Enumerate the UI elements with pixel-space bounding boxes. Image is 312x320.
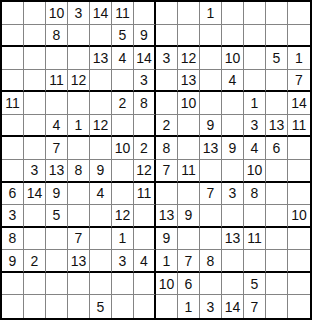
cell-r3c2[interactable] [24, 47, 46, 70]
cell-r14c3[interactable] [46, 295, 68, 318]
cell-r12c2[interactable]: 2 [24, 250, 46, 273]
cell-r13c7[interactable] [134, 273, 156, 296]
cell-r4c13[interactable] [266, 70, 288, 93]
cell-r14c11[interactable]: 14 [222, 295, 244, 318]
cell-r13c5[interactable] [90, 273, 112, 296]
cell-r10c1[interactable]: 3 [2, 205, 24, 228]
cell-r4c7[interactable]: 3 [134, 70, 156, 93]
cell-r4c3[interactable]: 11 [46, 70, 68, 93]
cell-r10c7[interactable] [134, 205, 156, 228]
cell-r3c5[interactable]: 13 [90, 47, 112, 70]
cell-r12c5[interactable] [90, 250, 112, 273]
cell-r3c1[interactable] [2, 47, 24, 70]
cell-r13c10[interactable] [200, 273, 222, 296]
cell-r6c11[interactable] [222, 115, 244, 138]
cell-r13c11[interactable] [222, 273, 244, 296]
cell-r2c5[interactable] [90, 25, 112, 48]
cell-r11c7[interactable] [134, 228, 156, 251]
cell-r14c10[interactable]: 3 [200, 295, 222, 318]
cell-r10c14[interactable]: 10 [288, 205, 310, 228]
cell-r4c6[interactable] [112, 70, 134, 93]
cell-r12c13[interactable] [266, 250, 288, 273]
cell-r10c11[interactable] [222, 205, 244, 228]
cell-r11c6[interactable]: 1 [112, 228, 134, 251]
cell-r1c13[interactable] [266, 2, 288, 25]
cell-r13c1[interactable] [2, 273, 24, 296]
cell-r11c2[interactable] [24, 228, 46, 251]
cell-r1c1[interactable] [2, 2, 24, 25]
cell-r5c9[interactable]: 10 [178, 92, 200, 115]
cell-r7c13[interactable]: 6 [266, 137, 288, 160]
cell-r10c13[interactable] [266, 205, 288, 228]
cell-r14c7[interactable] [134, 295, 156, 318]
cell-r7c8[interactable]: 8 [156, 137, 178, 160]
cell-r5c11[interactable] [222, 92, 244, 115]
cell-r8c12[interactable]: 10 [244, 160, 266, 183]
cell-r2c8[interactable] [156, 25, 178, 48]
cell-r4c4[interactable]: 12 [68, 70, 90, 93]
cell-r11c11[interactable]: 13 [222, 228, 244, 251]
cell-r1c9[interactable] [178, 2, 200, 25]
cell-r14c13[interactable] [266, 295, 288, 318]
cell-r13c2[interactable] [24, 273, 46, 296]
cell-r5c6[interactable]: 2 [112, 92, 134, 115]
cell-r6c5[interactable]: 12 [90, 115, 112, 138]
cell-r6c8[interactable]: 2 [156, 115, 178, 138]
cell-r1c12[interactable] [244, 2, 266, 25]
cell-r9c13[interactable] [266, 183, 288, 206]
cell-r12c12[interactable] [244, 250, 266, 273]
cell-r14c4[interactable] [68, 295, 90, 318]
cell-r8c4[interactable]: 8 [68, 160, 90, 183]
cell-r5c2[interactable] [24, 92, 46, 115]
cell-r7c5[interactable] [90, 137, 112, 160]
cell-r10c3[interactable]: 5 [46, 205, 68, 228]
cell-r7c7[interactable]: 2 [134, 137, 156, 160]
cell-r12c4[interactable]: 13 [68, 250, 90, 273]
cell-r3c10[interactable] [200, 47, 222, 70]
cell-r3c6[interactable]: 4 [112, 47, 134, 70]
cell-r3c7[interactable]: 14 [134, 47, 156, 70]
cell-r13c13[interactable] [266, 273, 288, 296]
cell-r11c1[interactable]: 8 [2, 228, 24, 251]
cell-r4c8[interactable] [156, 70, 178, 93]
cell-r14c1[interactable] [2, 295, 24, 318]
cell-r1c11[interactable] [222, 2, 244, 25]
cell-r8c6[interactable] [112, 160, 134, 183]
cell-r11c8[interactable]: 9 [156, 228, 178, 251]
cell-r9c3[interactable]: 9 [46, 183, 68, 206]
cell-r10c10[interactable] [200, 205, 222, 228]
cell-r11c14[interactable] [288, 228, 310, 251]
cell-r5c8[interactable] [156, 92, 178, 115]
cell-r1c14[interactable] [288, 2, 310, 25]
cell-r4c14[interactable]: 7 [288, 70, 310, 93]
cell-r14c12[interactable]: 7 [244, 295, 266, 318]
cell-r8c14[interactable] [288, 160, 310, 183]
cell-r4c9[interactable]: 13 [178, 70, 200, 93]
cell-r11c10[interactable] [200, 228, 222, 251]
cell-r9c11[interactable]: 3 [222, 183, 244, 206]
cell-r14c9[interactable]: 1 [178, 295, 200, 318]
cell-r2c4[interactable] [68, 25, 90, 48]
cell-r6c4[interactable]: 1 [68, 115, 90, 138]
cell-r13c12[interactable]: 5 [244, 273, 266, 296]
cell-r7c12[interactable]: 4 [244, 137, 266, 160]
cell-r5c13[interactable] [266, 92, 288, 115]
cell-r10c2[interactable] [24, 205, 46, 228]
cell-r8c5[interactable]: 9 [90, 160, 112, 183]
cell-r3c14[interactable]: 1 [288, 47, 310, 70]
cell-r9c5[interactable]: 4 [90, 183, 112, 206]
cell-r7c10[interactable]: 13 [200, 137, 222, 160]
cell-r4c11[interactable]: 4 [222, 70, 244, 93]
cell-r8c13[interactable] [266, 160, 288, 183]
cell-r10c4[interactable] [68, 205, 90, 228]
cell-r6c3[interactable]: 4 [46, 115, 68, 138]
cell-r9c6[interactable] [112, 183, 134, 206]
cell-r13c8[interactable]: 10 [156, 273, 178, 296]
cell-r5c7[interactable]: 8 [134, 92, 156, 115]
cell-r1c2[interactable] [24, 2, 46, 25]
cell-r7c3[interactable]: 7 [46, 137, 68, 160]
cell-r12c9[interactable]: 7 [178, 250, 200, 273]
cell-r1c10[interactable]: 1 [200, 2, 222, 25]
cell-r2c2[interactable] [24, 25, 46, 48]
cell-r1c4[interactable]: 3 [68, 2, 90, 25]
cell-r14c14[interactable] [288, 295, 310, 318]
cell-r9c2[interactable]: 14 [24, 183, 46, 206]
cell-r2c10[interactable] [200, 25, 222, 48]
cell-r4c1[interactable] [2, 70, 24, 93]
cell-r12c11[interactable] [222, 250, 244, 273]
cell-r11c12[interactable]: 11 [244, 228, 266, 251]
cell-r8c1[interactable] [2, 160, 24, 183]
cell-r12c8[interactable]: 1 [156, 250, 178, 273]
cell-r2c6[interactable]: 5 [112, 25, 134, 48]
cell-r9c4[interactable] [68, 183, 90, 206]
cell-r7c9[interactable] [178, 137, 200, 160]
cell-r1c6[interactable]: 11 [112, 2, 134, 25]
cell-r13c3[interactable] [46, 273, 68, 296]
cell-r1c8[interactable] [156, 2, 178, 25]
cell-r6c2[interactable] [24, 115, 46, 138]
cell-r13c6[interactable] [112, 273, 134, 296]
cell-r8c11[interactable] [222, 160, 244, 183]
cell-r8c7[interactable]: 12 [134, 160, 156, 183]
cell-r12c3[interactable] [46, 250, 68, 273]
cell-r12c7[interactable]: 4 [134, 250, 156, 273]
cell-r1c5[interactable]: 14 [90, 2, 112, 25]
cell-r6c13[interactable]: 13 [266, 115, 288, 138]
sudoku-board: 1031411185913414312105111123134711281011… [0, 0, 312, 320]
cell-r14c6[interactable] [112, 295, 134, 318]
cell-r9c14[interactable] [288, 183, 310, 206]
cell-r8c3[interactable]: 13 [46, 160, 68, 183]
cell-r10c8[interactable]: 13 [156, 205, 178, 228]
cell-r3c9[interactable]: 12 [178, 47, 200, 70]
cell-r12c10[interactable]: 8 [200, 250, 222, 273]
cell-r10c5[interactable] [90, 205, 112, 228]
cell-r9c9[interactable] [178, 183, 200, 206]
cell-r4c10[interactable] [200, 70, 222, 93]
cell-r8c8[interactable]: 7 [156, 160, 178, 183]
cell-r11c4[interactable]: 7 [68, 228, 90, 251]
cell-r4c2[interactable] [24, 70, 46, 93]
cell-r6c12[interactable]: 3 [244, 115, 266, 138]
cell-r3c11[interactable]: 10 [222, 47, 244, 70]
cell-r4c12[interactable] [244, 70, 266, 93]
cell-r6c7[interactable] [134, 115, 156, 138]
cell-r3c12[interactable] [244, 47, 266, 70]
cell-r14c8[interactable] [156, 295, 178, 318]
cell-r4c5[interactable] [90, 70, 112, 93]
cell-r8c2[interactable]: 3 [24, 160, 46, 183]
cell-r9c7[interactable]: 11 [134, 183, 156, 206]
cell-r11c3[interactable] [46, 228, 68, 251]
cell-r1c3[interactable]: 10 [46, 2, 68, 25]
cell-r7c11[interactable]: 9 [222, 137, 244, 160]
cell-r11c5[interactable] [90, 228, 112, 251]
cell-r5c3[interactable] [46, 92, 68, 115]
cell-r14c2[interactable] [24, 295, 46, 318]
cell-r5c5[interactable] [90, 92, 112, 115]
cell-r13c9[interactable]: 6 [178, 273, 200, 296]
cell-r3c3[interactable] [46, 47, 68, 70]
cell-r13c14[interactable] [288, 273, 310, 296]
cell-r2c11[interactable] [222, 25, 244, 48]
cell-r2c3[interactable]: 8 [46, 25, 68, 48]
cell-r5c12[interactable]: 1 [244, 92, 266, 115]
cell-r5c1[interactable]: 11 [2, 92, 24, 115]
cell-r5c4[interactable] [68, 92, 90, 115]
cell-r7c1[interactable] [2, 137, 24, 160]
cell-r2c13[interactable] [266, 25, 288, 48]
cell-r9c10[interactable]: 7 [200, 183, 222, 206]
cell-r2c7[interactable]: 9 [134, 25, 156, 48]
cell-r10c6[interactable]: 12 [112, 205, 134, 228]
cell-r1c7[interactable] [134, 2, 156, 25]
cell-r8c10[interactable] [200, 160, 222, 183]
cell-r2c14[interactable] [288, 25, 310, 48]
cell-r2c9[interactable] [178, 25, 200, 48]
cell-r9c12[interactable]: 8 [244, 183, 266, 206]
cell-r6c6[interactable] [112, 115, 134, 138]
cell-r7c6[interactable]: 10 [112, 137, 134, 160]
cell-r12c14[interactable] [288, 250, 310, 273]
cell-r2c12[interactable] [244, 25, 266, 48]
cell-r6c9[interactable] [178, 115, 200, 138]
cell-r7c2[interactable] [24, 137, 46, 160]
cell-r10c9[interactable]: 9 [178, 205, 200, 228]
cell-r12c6[interactable]: 3 [112, 250, 134, 273]
cell-r7c4[interactable] [68, 137, 90, 160]
cell-r9c1[interactable]: 6 [2, 183, 24, 206]
cell-r11c13[interactable] [266, 228, 288, 251]
cell-r6c10[interactable]: 9 [200, 115, 222, 138]
cell-r8c9[interactable]: 11 [178, 160, 200, 183]
cell-r10c12[interactable] [244, 205, 266, 228]
cell-r2c1[interactable] [2, 25, 24, 48]
cell-r9c8[interactable] [156, 183, 178, 206]
cell-r7c14[interactable] [288, 137, 310, 160]
cell-r6c1[interactable] [2, 115, 24, 138]
cell-r3c13[interactable]: 5 [266, 47, 288, 70]
cell-r14c5[interactable]: 5 [90, 295, 112, 318]
cell-r11c9[interactable] [178, 228, 200, 251]
cell-r3c8[interactable]: 3 [156, 47, 178, 70]
cell-r3c4[interactable] [68, 47, 90, 70]
cell-r5c14[interactable]: 14 [288, 92, 310, 115]
cell-r6c14[interactable]: 11 [288, 115, 310, 138]
cell-r13c4[interactable] [68, 273, 90, 296]
cell-r5c10[interactable] [200, 92, 222, 115]
cell-r12c1[interactable]: 9 [2, 250, 24, 273]
